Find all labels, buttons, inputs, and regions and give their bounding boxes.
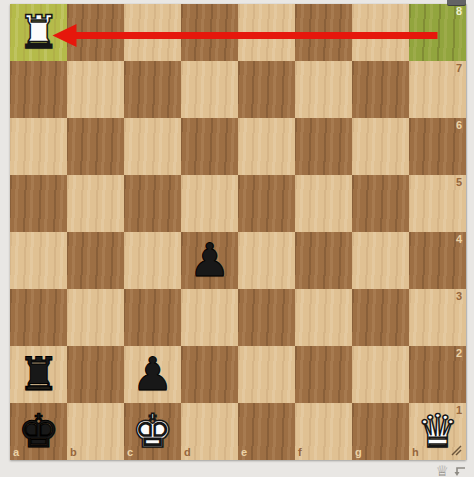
square-g5[interactable] [352,175,409,232]
square-d7[interactable] [181,61,238,118]
square-a1[interactable]: ♚a [10,403,67,460]
square-c6[interactable] [124,118,181,175]
square-e7[interactable] [238,61,295,118]
chess-board-page: ♜8765♟43♜♟2♚ab♚cdefg♛1h ♕ [0,0,474,477]
square-b2[interactable] [67,346,124,403]
square-c1[interactable]: ♚c [124,403,181,460]
square-b3[interactable] [67,289,124,346]
square-g4[interactable] [352,232,409,289]
square-h7[interactable]: 7 [409,61,466,118]
square-f8[interactable] [295,4,352,61]
board-footer-icons: ♕ [436,464,467,477]
square-c2[interactable]: ♟ [124,346,181,403]
square-g7[interactable] [352,61,409,118]
piece-white-rook-a8[interactable]: ♜ [10,4,67,61]
square-g6[interactable] [352,118,409,175]
square-e6[interactable] [238,118,295,175]
square-f6[interactable] [295,118,352,175]
square-b1[interactable]: b [67,403,124,460]
square-a3[interactable] [10,289,67,346]
square-c7[interactable] [124,61,181,118]
square-d2[interactable] [181,346,238,403]
piece-black-pawn-c2[interactable]: ♟ [124,346,181,403]
square-f4[interactable] [295,232,352,289]
square-d1[interactable]: d [181,403,238,460]
square-f5[interactable] [295,175,352,232]
file-label-f: f [298,447,302,458]
piece-black-rook-a2[interactable]: ♜ [10,346,67,403]
square-d3[interactable] [181,289,238,346]
rank-label-4: 4 [456,234,462,245]
square-h3[interactable]: 3 [409,289,466,346]
square-c3[interactable] [124,289,181,346]
window-corner-tab [447,0,466,6]
square-d5[interactable] [181,175,238,232]
square-e2[interactable] [238,346,295,403]
square-h4[interactable]: 4 [409,232,466,289]
rank-label-2: 2 [456,348,462,359]
rank-label-6: 6 [456,120,462,131]
square-h5[interactable]: 5 [409,175,466,232]
square-b7[interactable] [67,61,124,118]
square-a8[interactable]: ♜ [10,4,67,61]
square-b4[interactable] [67,232,124,289]
square-h2[interactable]: 2 [409,346,466,403]
square-b6[interactable] [67,118,124,175]
square-a4[interactable] [10,232,67,289]
square-a6[interactable] [10,118,67,175]
spare-queen-icon[interactable]: ♕ [436,464,449,477]
square-f3[interactable] [295,289,352,346]
piece-black-pawn-d4[interactable]: ♟ [181,232,238,289]
chess-board: ♜8765♟43♜♟2♚ab♚cdefg♛1h [10,4,466,460]
rank-label-8: 8 [456,6,462,17]
square-g3[interactable] [352,289,409,346]
square-c5[interactable] [124,175,181,232]
rank-label-3: 3 [456,291,462,302]
file-label-b: b [70,447,77,458]
square-f7[interactable] [295,61,352,118]
square-h8[interactable]: 8 [409,4,466,61]
file-label-e: e [241,447,247,458]
square-g1[interactable]: g [352,403,409,460]
square-c8[interactable] [124,4,181,61]
rank-label-5: 5 [456,177,462,188]
square-b8[interactable] [67,4,124,61]
square-e3[interactable] [238,289,295,346]
square-b5[interactable] [67,175,124,232]
square-d8[interactable] [181,4,238,61]
rank-label-7: 7 [456,63,462,74]
square-a5[interactable] [10,175,67,232]
rotate-board-icon[interactable] [454,464,467,477]
square-e1[interactable]: e [238,403,295,460]
square-h6[interactable]: 6 [409,118,466,175]
file-label-g: g [355,447,362,458]
board-resize-grip[interactable] [451,445,462,456]
square-e4[interactable] [238,232,295,289]
square-f1[interactable]: f [295,403,352,460]
file-label-c: c [127,447,133,458]
square-f2[interactable] [295,346,352,403]
square-a2[interactable]: ♜ [10,346,67,403]
square-g2[interactable] [352,346,409,403]
file-label-h: h [412,447,419,458]
square-h1[interactable]: ♛1h [409,403,466,460]
file-label-a: a [13,447,19,458]
square-g8[interactable] [352,4,409,61]
rank-label-1: 1 [456,405,462,416]
square-e8[interactable] [238,4,295,61]
square-e5[interactable] [238,175,295,232]
square-d6[interactable] [181,118,238,175]
square-d4[interactable]: ♟ [181,232,238,289]
file-label-d: d [184,447,191,458]
square-c4[interactable] [124,232,181,289]
square-a7[interactable] [10,61,67,118]
